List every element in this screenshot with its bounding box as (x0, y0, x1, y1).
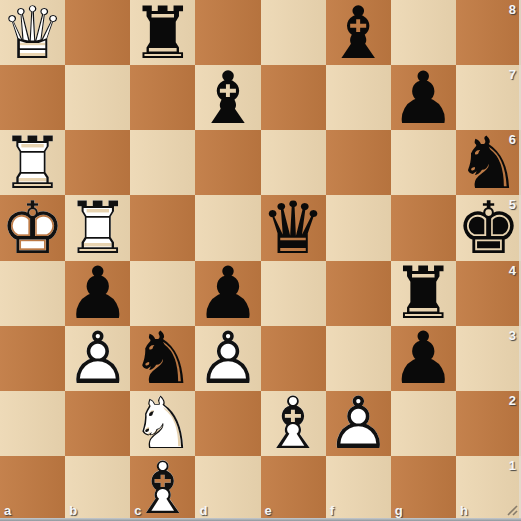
square-f4[interactable] (326, 261, 391, 326)
square-b8[interactable] (65, 0, 130, 65)
square-f7[interactable] (326, 65, 391, 130)
black-bishop[interactable]: ♝ (195, 65, 260, 130)
square-h5[interactable]: 5♚ (456, 195, 521, 260)
file-label-d: d (199, 504, 207, 517)
rank-label-4: 4 (509, 264, 516, 277)
file-label-f: f (330, 504, 334, 517)
square-d6[interactable] (195, 130, 260, 195)
square-d1[interactable]: d (195, 456, 260, 521)
black-pawn[interactable]: ♟ (391, 326, 456, 391)
square-e1[interactable]: e (261, 456, 326, 521)
square-e8[interactable] (261, 0, 326, 65)
white-pawn[interactable]: ♟♙ (195, 326, 260, 391)
square-g2[interactable] (391, 391, 456, 456)
square-d7[interactable]: ♝ (195, 65, 260, 130)
black-queen[interactable]: ♛ (261, 195, 326, 260)
square-h8[interactable]: 8 (456, 0, 521, 65)
square-a4[interactable] (0, 261, 65, 326)
square-b3[interactable]: ♟♙ (65, 326, 130, 391)
white-bishop[interactable]: ♝♗ (130, 456, 195, 521)
square-b2[interactable] (65, 391, 130, 456)
square-e4[interactable] (261, 261, 326, 326)
white-king[interactable]: ♚♔ (0, 195, 65, 260)
resize-grip-icon[interactable] (504, 502, 518, 516)
file-label-e: e (265, 504, 272, 517)
rank-label-8: 8 (509, 3, 516, 16)
square-c6[interactable] (130, 130, 195, 195)
square-e5[interactable]: ♛ (261, 195, 326, 260)
white-queen[interactable]: ♛♕ (0, 0, 65, 65)
square-g7[interactable]: ♟ (391, 65, 456, 130)
square-g6[interactable] (391, 130, 456, 195)
rank-label-2: 2 (509, 394, 516, 407)
rank-label-7: 7 (509, 68, 516, 81)
black-pawn[interactable]: ♟ (391, 65, 456, 130)
square-c5[interactable] (130, 195, 195, 260)
square-b1[interactable]: b (65, 456, 130, 521)
square-g3[interactable]: ♟ (391, 326, 456, 391)
chess-board-widget: ♛♕♜♝8♝♟7♜♖6♞♚♔♜♖♛5♚♟♟♜4♟♙♞♟♙♟3♞♘♝♗♟♙2abc… (0, 0, 521, 521)
square-g1[interactable]: g (391, 456, 456, 521)
white-pawn[interactable]: ♟♙ (65, 326, 130, 391)
square-f8[interactable]: ♝ (326, 0, 391, 65)
square-h4[interactable]: 4 (456, 261, 521, 326)
square-c1[interactable]: c♝♗ (130, 456, 195, 521)
square-a8[interactable]: ♛♕ (0, 0, 65, 65)
square-a3[interactable] (0, 326, 65, 391)
square-c7[interactable] (130, 65, 195, 130)
rank-label-1: 1 (509, 459, 516, 472)
rank-label-3: 3 (509, 329, 516, 342)
square-f6[interactable] (326, 130, 391, 195)
square-e2[interactable]: ♝♗ (261, 391, 326, 456)
square-f5[interactable] (326, 195, 391, 260)
square-h2[interactable]: 2 (456, 391, 521, 456)
file-label-h: h (460, 504, 468, 517)
square-e7[interactable] (261, 65, 326, 130)
square-h3[interactable]: 3 (456, 326, 521, 391)
file-label-g: g (395, 504, 403, 517)
square-d3[interactable]: ♟♙ (195, 326, 260, 391)
file-label-b: b (69, 504, 77, 517)
square-c8[interactable]: ♜ (130, 0, 195, 65)
chess-board: ♛♕♜♝8♝♟7♜♖6♞♚♔♜♖♛5♚♟♟♜4♟♙♞♟♙♟3♞♘♝♗♟♙2abc… (0, 0, 521, 521)
square-a1[interactable]: a (0, 456, 65, 521)
square-f1[interactable]: f (326, 456, 391, 521)
black-king[interactable]: ♚ (456, 195, 521, 260)
square-d2[interactable] (195, 391, 260, 456)
white-bishop[interactable]: ♝♗ (261, 391, 326, 456)
black-bishop[interactable]: ♝ (326, 0, 391, 65)
square-a2[interactable] (0, 391, 65, 456)
square-a5[interactable]: ♚♔ (0, 195, 65, 260)
file-label-a: a (4, 504, 11, 517)
white-pawn[interactable]: ♟♙ (326, 391, 391, 456)
black-rook[interactable]: ♜ (130, 0, 195, 65)
square-f2[interactable]: ♟♙ (326, 391, 391, 456)
square-b7[interactable] (65, 65, 130, 130)
